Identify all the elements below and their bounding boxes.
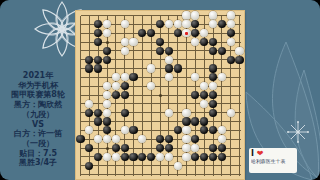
star-point [106, 41, 109, 44]
white-stone [191, 144, 199, 152]
black-stone [209, 47, 217, 55]
grid-line-v [151, 16, 152, 176]
white-stone [112, 135, 120, 143]
black-stone [227, 56, 235, 64]
white-stone [138, 135, 146, 143]
white-stone [121, 126, 129, 134]
white-stone [182, 20, 190, 28]
black-stone [156, 20, 164, 28]
black-stone [129, 73, 137, 81]
white-stone [103, 29, 111, 37]
black-stone [200, 38, 208, 46]
black-stone [200, 153, 208, 161]
info-white-rank: （一段） [0, 139, 76, 149]
white-stone [103, 20, 111, 28]
black-stone [191, 91, 199, 99]
white-stone [182, 109, 190, 117]
white-stone [218, 73, 226, 81]
black-stone [94, 109, 102, 117]
black-stone [191, 135, 199, 143]
info-white-player: 白方：许一笛 [0, 129, 76, 139]
info-black-player: 黑方：陶欣然 [0, 100, 76, 110]
black-stone [235, 56, 243, 64]
black-stone [156, 135, 164, 143]
black-stone [165, 64, 173, 72]
grid-line-v [142, 16, 143, 176]
black-stone [121, 91, 129, 99]
white-stone [235, 47, 243, 55]
black-stone [112, 91, 120, 99]
black-stone [129, 126, 137, 134]
black-stone [165, 144, 173, 152]
white-stone [182, 11, 190, 19]
white-stone [165, 73, 173, 81]
white-stone [103, 109, 111, 117]
black-stone [209, 100, 217, 108]
grid-line-h [81, 165, 241, 166]
star-point [159, 94, 162, 97]
black-stone [156, 47, 164, 55]
black-stone [94, 20, 102, 28]
black-stone [200, 126, 208, 134]
white-stone [182, 126, 190, 134]
white-stone [227, 11, 235, 19]
white-stone [121, 47, 129, 55]
white-stone [147, 82, 155, 90]
black-stone [165, 135, 173, 143]
black-stone [85, 64, 93, 72]
black-stone [218, 153, 226, 161]
black-stone [147, 29, 155, 37]
last-move-marker [185, 32, 188, 35]
black-stone [209, 153, 217, 161]
black-stone [76, 135, 84, 143]
white-stone [209, 20, 217, 28]
grid-line-h [81, 174, 241, 175]
info-black-rank: （九段） [0, 110, 76, 120]
white-stone [227, 109, 235, 117]
white-stone [174, 20, 182, 28]
grid-line-v [239, 16, 240, 176]
star-flower-icon [286, 120, 310, 144]
black-stone [209, 38, 217, 46]
black-stone [191, 20, 199, 28]
info-result: 黑胜3/4子 [0, 158, 76, 168]
black-stone [147, 153, 155, 161]
black-stone [85, 162, 93, 170]
white-stone [121, 73, 129, 81]
black-stone [103, 117, 111, 125]
black-stone [94, 117, 102, 125]
black-stone [94, 64, 102, 72]
white-stone [200, 100, 208, 108]
black-stone [85, 144, 93, 152]
white-stone [209, 11, 217, 19]
black-stone [94, 56, 102, 64]
black-stone [121, 109, 129, 117]
white-stone [103, 135, 111, 143]
white-stone [174, 162, 182, 170]
white-stone [156, 153, 164, 161]
black-stone [94, 38, 102, 46]
white-stone [218, 126, 226, 134]
black-stone [103, 126, 111, 134]
white-stone [191, 11, 199, 19]
white-stone [103, 91, 111, 99]
white-stone [94, 135, 102, 143]
go-board [76, 11, 244, 179]
grid-line-v [177, 16, 178, 176]
star-point [106, 147, 109, 150]
info-year: 2021年 [0, 71, 76, 81]
black-stone [209, 64, 217, 72]
badge-line2: 哈利森医生十表 [251, 158, 287, 164]
white-stone [209, 82, 217, 90]
white-stone [191, 73, 199, 81]
white-stone [165, 153, 173, 161]
black-stone [174, 126, 182, 134]
black-stone [174, 64, 182, 72]
black-stone [103, 47, 111, 55]
white-stone [112, 82, 120, 90]
white-stone [191, 38, 199, 46]
black-stone [218, 20, 226, 28]
video-frame: 2021年 华为手机杯 围甲联赛第8轮 黑方：陶欣然 （九段） VS 白方：许一… [0, 0, 320, 180]
black-stone [191, 153, 199, 161]
black-stone [94, 29, 102, 37]
white-stone [103, 153, 111, 161]
info-vs: VS [0, 120, 76, 130]
white-stone [165, 109, 173, 117]
black-stone [156, 144, 164, 152]
white-stone [182, 29, 190, 37]
black-stone [218, 144, 226, 152]
black-stone [200, 117, 208, 125]
white-stone [227, 38, 235, 46]
info-komi: 贴目：7.5 [0, 149, 76, 159]
black-stone [209, 144, 217, 152]
black-stone [103, 56, 111, 64]
grid-line-v [80, 16, 81, 176]
white-stone [103, 100, 111, 108]
white-stone [227, 20, 235, 28]
white-stone [112, 73, 120, 81]
white-stone [182, 153, 190, 161]
white-stone [200, 82, 208, 90]
black-stone [209, 91, 217, 99]
white-stone [147, 64, 155, 72]
black-stone [209, 109, 217, 117]
info-round: 围甲联赛第8轮 [0, 90, 76, 100]
white-stone [129, 38, 137, 46]
info-cup: 华为手机杯 [0, 81, 76, 91]
white-stone [85, 126, 93, 134]
black-stone [112, 144, 120, 152]
black-stone [191, 117, 199, 125]
white-stone [182, 144, 190, 152]
white-stone [121, 38, 129, 46]
black-stone [200, 91, 208, 99]
black-stone [121, 144, 129, 152]
white-stone [121, 20, 129, 28]
badge-i-text: I [251, 149, 254, 158]
black-stone [85, 109, 93, 117]
black-stone [174, 29, 182, 37]
black-stone [121, 82, 129, 90]
black-stone [129, 153, 137, 161]
heart-icon: ❤ [257, 149, 264, 158]
white-stone [218, 135, 226, 143]
black-stone [191, 29, 199, 37]
watermark-badge: I ❤ 哈利森医生十表 [249, 148, 297, 173]
black-stone [121, 153, 129, 161]
white-stone [200, 29, 208, 37]
white-stone [112, 153, 120, 161]
black-stone [85, 56, 93, 64]
white-stone [103, 82, 111, 90]
black-stone [218, 47, 226, 55]
match-info-panel: 2021年 华为手机杯 围甲联赛第8轮 黑方：陶欣然 （九段） VS 白方：许一… [0, 71, 76, 168]
white-stone [85, 100, 93, 108]
black-stone [138, 29, 146, 37]
white-stone [165, 20, 173, 28]
black-stone [165, 47, 173, 55]
black-stone [227, 29, 235, 37]
black-stone [138, 153, 146, 161]
black-stone [156, 38, 164, 46]
white-stone [165, 56, 173, 64]
white-stone [182, 135, 190, 143]
black-stone [209, 126, 217, 134]
black-stone [182, 117, 190, 125]
black-stone [209, 73, 217, 81]
badge-line1: I ❤ [251, 149, 295, 158]
black-stone [94, 153, 102, 161]
